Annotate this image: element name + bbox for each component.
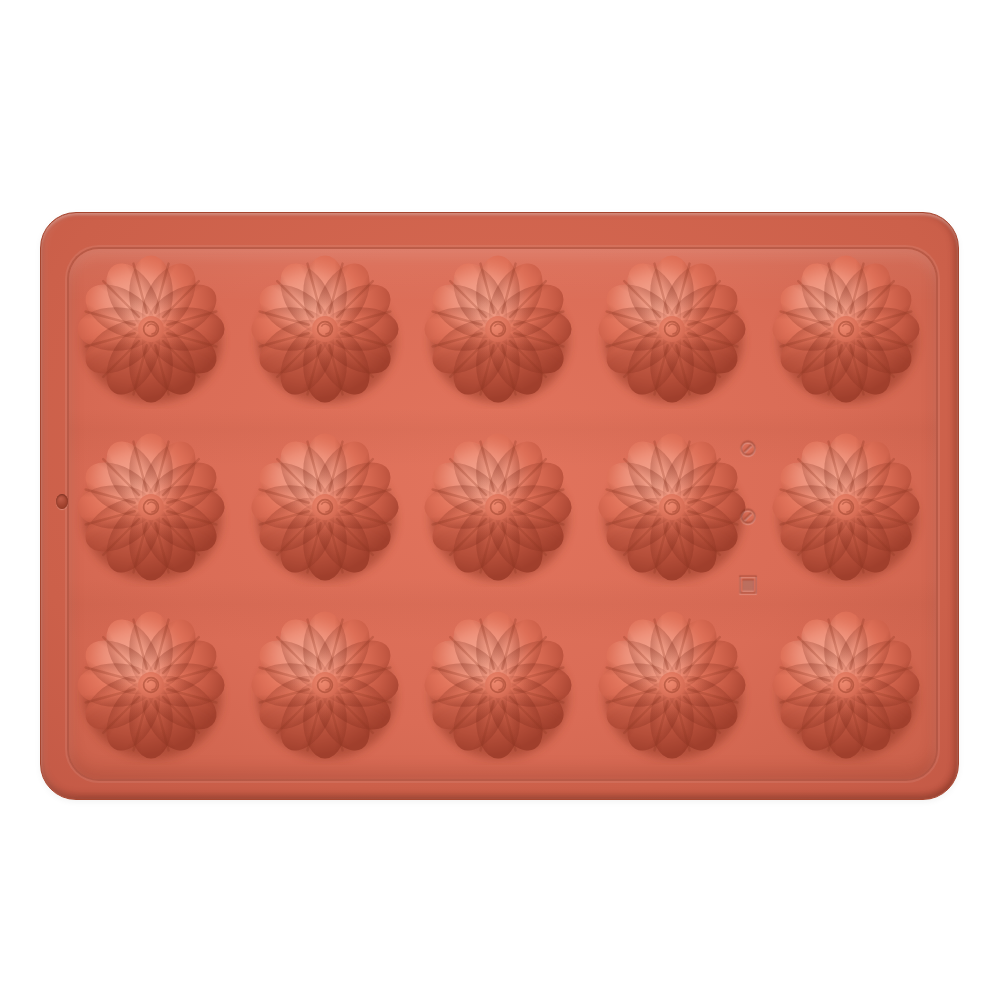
pumpkin-cavity-icon [245, 605, 405, 765]
photo-background: ⊘⊘▣ [0, 0, 1000, 1000]
pumpkin-cavity-icon [418, 427, 578, 587]
cavity-grid [64, 240, 933, 774]
pumpkin-cavity-icon [71, 427, 231, 587]
mold-cavity-pumpkin [64, 418, 238, 596]
mold-cavity-pumpkin [585, 240, 759, 418]
mold-cavity-pumpkin [64, 596, 238, 774]
mold-cavity-pumpkin [238, 240, 412, 418]
mold-cavity-pumpkin [238, 596, 412, 774]
mold-cavity-pumpkin [412, 240, 586, 418]
embossed-mark-icon: ⊘ [738, 505, 757, 528]
pumpkin-cavity-icon [418, 605, 578, 765]
mold-cavity-pumpkin [759, 418, 933, 596]
mold-cavity-pumpkin [64, 240, 238, 418]
embossed-mark-icon: ▣ [737, 572, 759, 595]
pumpkin-cavity-icon [245, 249, 405, 409]
mold-cavity-pumpkin [238, 418, 412, 596]
pumpkin-cavity-icon [592, 427, 752, 587]
pumpkin-cavity-icon [766, 605, 926, 765]
pumpkin-cavity-icon [766, 249, 926, 409]
silicone-mold-tray: ⊘⊘▣ [40, 212, 959, 800]
embossed-marks: ⊘⊘▣ [735, 437, 761, 595]
pumpkin-cavity-icon [71, 605, 231, 765]
rim-dimple [56, 494, 68, 509]
pumpkin-cavity-icon [592, 249, 752, 409]
pumpkin-cavity-icon [71, 249, 231, 409]
pumpkin-cavity-icon [766, 427, 926, 587]
mold-cavity-pumpkin [759, 240, 933, 418]
pumpkin-cavity-icon [592, 605, 752, 765]
pumpkin-cavity-icon [418, 249, 578, 409]
mold-cavity-pumpkin [585, 418, 759, 596]
mold-cavity-pumpkin [585, 596, 759, 774]
mold-cavity-pumpkin [412, 596, 586, 774]
embossed-mark-icon: ⊘ [738, 437, 757, 460]
pumpkin-cavity-icon [245, 427, 405, 587]
mold-cavity-pumpkin [412, 418, 586, 596]
mold-cavity-pumpkin [759, 596, 933, 774]
